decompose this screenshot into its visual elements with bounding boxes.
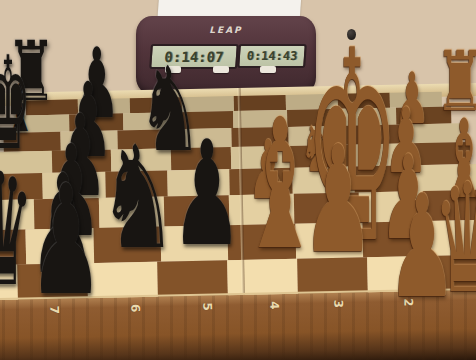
piece-black-knight-c6: ♞ <box>99 127 178 269</box>
piece-white-pawn-d2: ♟ <box>387 176 457 318</box>
king-ball-finial <box>347 29 356 40</box>
rail-number-4: 4 <box>267 301 281 310</box>
piece-white-pawn-c3: ♟ <box>302 126 375 274</box>
rail-number-5: 5 <box>200 302 214 311</box>
rail-number-6: 6 <box>128 304 142 313</box>
piece-black-pawn-c7: ♟ <box>29 165 104 317</box>
chess-photo-scene: LEAP 0:14:07 0:14:43 765432 ♜♝♚♛♟♟♟♟♟♟♞♞… <box>0 0 476 360</box>
piece-black-pawn-e5: ♟ <box>171 121 243 266</box>
